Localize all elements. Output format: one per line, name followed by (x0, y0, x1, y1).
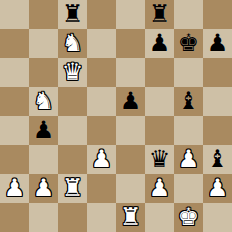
white-pawn[interactable]: ♟ (4, 174, 26, 203)
black-pawn[interactable]: ♟ (207, 29, 229, 58)
white-rook[interactable]: ♜ (62, 174, 84, 203)
square-e1[interactable]: ♜ (116, 203, 145, 232)
square-e6[interactable] (116, 58, 145, 87)
black-king[interactable]: ♚ (178, 29, 200, 58)
square-h4[interactable] (203, 116, 232, 145)
square-g6[interactable] (174, 58, 203, 87)
square-c2[interactable]: ♜ (58, 174, 87, 203)
square-a2[interactable]: ♟ (0, 174, 29, 203)
square-e7[interactable] (116, 29, 145, 58)
square-h2[interactable]: ♟ (203, 174, 232, 203)
square-d6[interactable] (87, 58, 116, 87)
square-f7[interactable]: ♟ (145, 29, 174, 58)
square-g3[interactable]: ♟ (174, 145, 203, 174)
square-a6[interactable] (0, 58, 29, 87)
square-d1[interactable] (87, 203, 116, 232)
square-e4[interactable] (116, 116, 145, 145)
square-a5[interactable] (0, 87, 29, 116)
square-c1[interactable] (58, 203, 87, 232)
square-c4[interactable] (58, 116, 87, 145)
square-f4[interactable] (145, 116, 174, 145)
square-b7[interactable] (29, 29, 58, 58)
square-e5[interactable]: ♟ (116, 87, 145, 116)
square-h7[interactable]: ♟ (203, 29, 232, 58)
black-bishop[interactable]: ♝ (207, 145, 229, 174)
square-b4[interactable]: ♟ (29, 116, 58, 145)
square-h1[interactable] (203, 203, 232, 232)
square-d5[interactable] (87, 87, 116, 116)
square-c3[interactable] (58, 145, 87, 174)
white-pawn[interactable]: ♟ (207, 174, 229, 203)
white-pawn[interactable]: ♟ (149, 174, 171, 203)
square-a3[interactable] (0, 145, 29, 174)
square-a4[interactable] (0, 116, 29, 145)
square-b8[interactable] (29, 0, 58, 29)
square-b2[interactable]: ♟ (29, 174, 58, 203)
square-e2[interactable] (116, 174, 145, 203)
square-h3[interactable]: ♝ (203, 145, 232, 174)
square-f5[interactable] (145, 87, 174, 116)
square-g4[interactable] (174, 116, 203, 145)
square-b1[interactable] (29, 203, 58, 232)
black-queen[interactable]: ♛ (149, 145, 171, 174)
square-f1[interactable] (145, 203, 174, 232)
square-g5[interactable]: ♝ (174, 87, 203, 116)
white-queen[interactable]: ♛ (62, 58, 84, 87)
square-d8[interactable] (87, 0, 116, 29)
square-d7[interactable] (87, 29, 116, 58)
black-pawn[interactable]: ♟ (149, 29, 171, 58)
square-a7[interactable] (0, 29, 29, 58)
square-b5[interactable]: ♞ (29, 87, 58, 116)
chess-board: ♜♜♞♟♚♟♛♞♟♝♟♟♛♟♝♟♟♜♟♟♜♚ (0, 0, 232, 232)
square-b3[interactable] (29, 145, 58, 174)
black-pawn[interactable]: ♟ (33, 116, 55, 145)
square-f8[interactable]: ♜ (145, 0, 174, 29)
white-pawn[interactable]: ♟ (33, 174, 55, 203)
square-c8[interactable]: ♜ (58, 0, 87, 29)
square-c7[interactable]: ♞ (58, 29, 87, 58)
square-g7[interactable]: ♚ (174, 29, 203, 58)
square-g8[interactable] (174, 0, 203, 29)
square-e3[interactable] (116, 145, 145, 174)
square-h5[interactable] (203, 87, 232, 116)
square-c6[interactable]: ♛ (58, 58, 87, 87)
square-g2[interactable] (174, 174, 203, 203)
square-c5[interactable] (58, 87, 87, 116)
black-bishop[interactable]: ♝ (178, 87, 200, 116)
white-knight[interactable]: ♞ (62, 29, 84, 58)
square-f3[interactable]: ♛ (145, 145, 174, 174)
black-rook[interactable]: ♜ (149, 0, 171, 29)
white-rook[interactable]: ♜ (120, 203, 142, 232)
square-d2[interactable] (87, 174, 116, 203)
black-rook[interactable]: ♜ (62, 0, 84, 29)
square-f6[interactable] (145, 58, 174, 87)
square-e8[interactable] (116, 0, 145, 29)
square-h6[interactable] (203, 58, 232, 87)
white-king[interactable]: ♚ (178, 203, 200, 232)
white-pawn[interactable]: ♟ (91, 145, 113, 174)
square-b6[interactable] (29, 58, 58, 87)
square-g1[interactable]: ♚ (174, 203, 203, 232)
black-pawn[interactable]: ♟ (120, 87, 142, 116)
white-knight[interactable]: ♞ (33, 87, 55, 116)
square-d4[interactable] (87, 116, 116, 145)
square-f2[interactable]: ♟ (145, 174, 174, 203)
square-h8[interactable] (203, 0, 232, 29)
square-a1[interactable] (0, 203, 29, 232)
square-d3[interactable]: ♟ (87, 145, 116, 174)
square-a8[interactable] (0, 0, 29, 29)
white-pawn[interactable]: ♟ (178, 145, 200, 174)
